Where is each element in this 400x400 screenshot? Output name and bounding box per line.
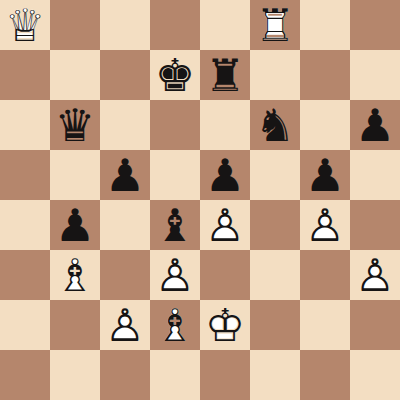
white-rook[interactable]: ♜♖ — [250, 0, 300, 50]
square-g4[interactable]: ♟♙ — [300, 200, 350, 250]
square-f4[interactable] — [250, 200, 300, 250]
square-g6[interactable] — [300, 100, 350, 150]
black-queen[interactable]: ♛ — [50, 100, 100, 150]
square-h1[interactable] — [350, 350, 400, 400]
square-g1[interactable] — [300, 350, 350, 400]
square-c7[interactable] — [100, 50, 150, 100]
square-c1[interactable] — [100, 350, 150, 400]
white-pawn-outline: ♙ — [200, 200, 250, 250]
square-f7[interactable] — [250, 50, 300, 100]
square-e4[interactable]: ♟♙ — [200, 200, 250, 250]
square-a8[interactable]: ♛♕ — [0, 0, 50, 50]
square-e5[interactable]: ♟ — [200, 150, 250, 200]
white-pawn[interactable]: ♟♙ — [200, 200, 250, 250]
black-knight-glyph: ♞ — [250, 100, 300, 150]
white-bishop[interactable]: ♝♗ — [50, 250, 100, 300]
square-b4[interactable]: ♟ — [50, 200, 100, 250]
square-d6[interactable] — [150, 100, 200, 150]
black-queen-glyph: ♛ — [50, 100, 100, 150]
square-g2[interactable] — [300, 300, 350, 350]
white-pawn-outline: ♙ — [100, 300, 150, 350]
square-d7[interactable]: ♚ — [150, 50, 200, 100]
chess-board: ♛♕♜♖♚♜♛♞♟♟♟♟♟♝♟♙♟♙♝♗♟♙♟♙♟♙♝♗♚♔ — [0, 0, 400, 400]
black-king[interactable]: ♚ — [150, 50, 200, 100]
square-h3[interactable]: ♟♙ — [350, 250, 400, 300]
square-d2[interactable]: ♝♗ — [150, 300, 200, 350]
black-pawn-glyph: ♟ — [350, 100, 400, 150]
square-g5[interactable]: ♟ — [300, 150, 350, 200]
black-pawn[interactable]: ♟ — [350, 100, 400, 150]
square-c3[interactable] — [100, 250, 150, 300]
square-f6[interactable]: ♞ — [250, 100, 300, 150]
square-c4[interactable] — [100, 200, 150, 250]
square-h6[interactable]: ♟ — [350, 100, 400, 150]
square-a4[interactable] — [0, 200, 50, 250]
square-a7[interactable] — [0, 50, 50, 100]
black-pawn-glyph: ♟ — [50, 200, 100, 250]
square-c2[interactable]: ♟♙ — [100, 300, 150, 350]
square-c5[interactable]: ♟ — [100, 150, 150, 200]
square-d4[interactable]: ♝ — [150, 200, 200, 250]
square-b1[interactable] — [50, 350, 100, 400]
square-e7[interactable]: ♜ — [200, 50, 250, 100]
white-bishop[interactable]: ♝♗ — [150, 300, 200, 350]
black-king-glyph: ♚ — [150, 50, 200, 100]
white-queen-outline: ♕ — [0, 0, 50, 50]
square-c6[interactable] — [100, 100, 150, 150]
white-pawn-outline: ♙ — [150, 250, 200, 300]
square-f1[interactable] — [250, 350, 300, 400]
white-king-outline: ♔ — [200, 300, 250, 350]
square-f5[interactable] — [250, 150, 300, 200]
square-h7[interactable] — [350, 50, 400, 100]
white-king[interactable]: ♚♔ — [200, 300, 250, 350]
square-f3[interactable] — [250, 250, 300, 300]
square-c8[interactable] — [100, 0, 150, 50]
square-e2[interactable]: ♚♔ — [200, 300, 250, 350]
white-pawn[interactable]: ♟♙ — [150, 250, 200, 300]
black-knight[interactable]: ♞ — [250, 100, 300, 150]
white-bishop-outline: ♗ — [50, 250, 100, 300]
square-g8[interactable] — [300, 0, 350, 50]
black-rook[interactable]: ♜ — [200, 50, 250, 100]
white-bishop-outline: ♗ — [150, 300, 200, 350]
square-h5[interactable] — [350, 150, 400, 200]
black-pawn[interactable]: ♟ — [300, 150, 350, 200]
square-d8[interactable] — [150, 0, 200, 50]
square-b6[interactable]: ♛ — [50, 100, 100, 150]
square-a6[interactable] — [0, 100, 50, 150]
square-a3[interactable] — [0, 250, 50, 300]
square-e1[interactable] — [200, 350, 250, 400]
square-a5[interactable] — [0, 150, 50, 200]
black-pawn-glyph: ♟ — [200, 150, 250, 200]
square-e8[interactable] — [200, 0, 250, 50]
white-pawn[interactable]: ♟♙ — [350, 250, 400, 300]
square-g3[interactable] — [300, 250, 350, 300]
square-h8[interactable] — [350, 0, 400, 50]
square-a1[interactable] — [0, 350, 50, 400]
square-f2[interactable] — [250, 300, 300, 350]
white-queen[interactable]: ♛♕ — [0, 0, 50, 50]
white-pawn[interactable]: ♟♙ — [100, 300, 150, 350]
black-pawn[interactable]: ♟ — [50, 200, 100, 250]
black-pawn[interactable]: ♟ — [200, 150, 250, 200]
black-pawn-glyph: ♟ — [100, 150, 150, 200]
black-pawn[interactable]: ♟ — [100, 150, 150, 200]
square-d3[interactable]: ♟♙ — [150, 250, 200, 300]
black-pawn-glyph: ♟ — [300, 150, 350, 200]
white-pawn-outline: ♙ — [350, 250, 400, 300]
square-b7[interactable] — [50, 50, 100, 100]
square-e3[interactable] — [200, 250, 250, 300]
square-b5[interactable] — [50, 150, 100, 200]
square-b8[interactable] — [50, 0, 100, 50]
white-rook-outline: ♖ — [250, 0, 300, 50]
white-pawn-outline: ♙ — [300, 200, 350, 250]
square-b3[interactable]: ♝♗ — [50, 250, 100, 300]
square-h2[interactable] — [350, 300, 400, 350]
square-h4[interactable] — [350, 200, 400, 250]
square-f8[interactable]: ♜♖ — [250, 0, 300, 50]
square-a2[interactable] — [0, 300, 50, 350]
black-bishop-glyph: ♝ — [150, 200, 200, 250]
black-bishop[interactable]: ♝ — [150, 200, 200, 250]
square-d5[interactable] — [150, 150, 200, 200]
square-e6[interactable] — [200, 100, 250, 150]
square-g7[interactable] — [300, 50, 350, 100]
square-d1[interactable] — [150, 350, 200, 400]
white-pawn[interactable]: ♟♙ — [300, 200, 350, 250]
square-b2[interactable] — [50, 300, 100, 350]
black-rook-glyph: ♜ — [200, 50, 250, 100]
